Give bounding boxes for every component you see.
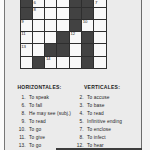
scanned-crossword-page: 67891011121314 HORIZONTALES: VERTICALES:… [0, 0, 150, 150]
letter-cell[interactable] [70, 57, 81, 68]
letter-cell[interactable]: 10 [82, 20, 93, 31]
clue-item-text: To read [29, 119, 46, 124]
clue-item-number: 8. [16, 111, 26, 116]
clue-item-number: 9. [16, 119, 26, 124]
letter-cell[interactable] [94, 32, 105, 43]
clue-item-text: Infinitive ending [87, 119, 122, 124]
clue-number: 14 [46, 57, 50, 62]
clue-item-number: 4. [74, 111, 84, 116]
blocked-cell [82, 44, 93, 55]
down-clue-list: 2.To accuse3.To base4.To read5.Infinitiv… [74, 95, 140, 150]
letter-cell[interactable]: 13 [21, 44, 32, 55]
clue-item-text: To infect [87, 135, 106, 140]
letter-cell[interactable] [45, 0, 56, 7]
letter-cell[interactable]: 7 [94, 0, 105, 7]
clue-item-number: 12. [74, 143, 84, 148]
clue-item-text: To give [29, 135, 45, 140]
letter-cell[interactable]: 14 [45, 57, 56, 68]
clue-item-text: To go [29, 143, 41, 148]
clue-item-text: He may see (subj.) [29, 111, 71, 116]
letter-cell[interactable]: 11 [21, 32, 32, 43]
down-header: VERTICALES: [84, 84, 120, 90]
clue-number: 6 [34, 1, 36, 6]
letter-cell[interactable] [94, 8, 105, 19]
clue-number: 11 [21, 32, 25, 37]
blocked-cell [82, 57, 93, 68]
clue-item-text: To fall [29, 103, 42, 108]
frame-line-left [4, 0, 5, 150]
blocked-cell [82, 32, 93, 43]
clue-item-text: To hear [87, 143, 104, 148]
clue-number: 13 [21, 45, 25, 50]
clue-item: 10.To go [16, 127, 74, 135]
clue-item-text: To base [87, 103, 105, 108]
letter-cell[interactable] [45, 32, 56, 43]
clue-item-number: 13. [16, 143, 26, 148]
letter-cell[interactable] [57, 57, 68, 68]
clue-item-number: 3. [74, 103, 84, 108]
letter-cell[interactable]: 9 [21, 20, 32, 31]
letter-cell[interactable]: 8 [33, 8, 44, 19]
clue-item-text: To accuse [87, 95, 110, 100]
clue-item-number: 10. [16, 127, 26, 132]
clue-item-text: To enclose [87, 127, 111, 132]
clue-item: 11.To give [16, 135, 74, 143]
blocked-cell [70, 20, 81, 31]
letter-cell[interactable] [33, 20, 44, 31]
clue-number: 10 [83, 20, 87, 25]
letter-cell[interactable] [33, 32, 44, 43]
blocked-cell [70, 0, 81, 7]
clue-number: 7 [95, 1, 97, 6]
letter-cell[interactable] [57, 8, 68, 19]
clue-number: 8 [34, 8, 36, 13]
clue-item-text: To speak [29, 95, 49, 100]
letter-cell[interactable] [45, 8, 56, 19]
clue-item-number: 11. [16, 135, 26, 140]
blocked-cell [45, 44, 56, 55]
clue-item: 13.To go [16, 143, 74, 150]
letter-cell[interactable] [57, 20, 68, 31]
blocked-cell [33, 57, 44, 68]
across-header: HORIZONTALES: [18, 84, 62, 90]
clue-item: 12.To hear [74, 143, 140, 150]
page-right-margin [142, 0, 150, 150]
crossword-grid: 67891011121314 [20, 0, 107, 69]
clue-item-number: 6. [16, 103, 26, 108]
clue-item: 3.To base [74, 103, 140, 111]
clue-item-number: 5. [74, 119, 84, 124]
clue-item: 5.Infinitive ending [74, 119, 140, 127]
clue-item: 8.To infect [74, 135, 140, 143]
clue-item: 6.To fall [16, 103, 74, 111]
blocked-cell [70, 8, 81, 19]
blocked-cell [57, 32, 68, 43]
letter-cell[interactable] [70, 44, 81, 55]
clue-item: 4.To read [74, 111, 140, 119]
clue-item-number: 1. [16, 95, 26, 100]
letter-cell[interactable] [57, 0, 68, 7]
clue-item-number: 2. [74, 95, 84, 100]
clue-item: 7.To enclose [74, 127, 140, 135]
letter-cell[interactable] [45, 20, 56, 31]
clue-item-text: To go [29, 127, 41, 132]
clue-number: 9 [21, 20, 23, 25]
blocked-cell [82, 8, 93, 19]
letter-cell[interactable] [21, 57, 32, 68]
frame-line-right [141, 0, 142, 150]
letter-cell[interactable]: 6 [33, 0, 44, 7]
clue-item-text: To read [87, 111, 104, 116]
clue-item: 9.To read [16, 119, 74, 127]
clue-item: 8.He may see (subj.) [16, 111, 74, 119]
clue-number: 12 [70, 32, 74, 37]
letter-cell[interactable] [94, 44, 105, 55]
across-clue-list: 1.To speak6.To fall8.He may see (subj.)9… [16, 95, 74, 150]
blocked-cell [57, 44, 68, 55]
clue-item: 1.To speak [16, 95, 74, 103]
clue-item: 2.To accuse [74, 95, 140, 103]
letter-cell[interactable] [94, 57, 105, 68]
blocked-cell [21, 0, 32, 7]
blocked-cell [82, 0, 93, 7]
letter-cell[interactable] [94, 20, 105, 31]
letter-cell[interactable]: 12 [70, 32, 81, 43]
letter-cell[interactable] [33, 44, 44, 55]
blocked-cell [21, 8, 32, 19]
clue-item-number: 8. [74, 135, 84, 140]
clue-item-number: 7. [74, 127, 84, 132]
